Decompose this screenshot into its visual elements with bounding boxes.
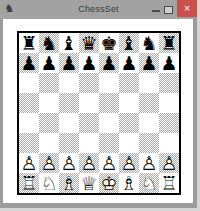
square-a5[interactable] bbox=[19, 93, 39, 113]
square-e7[interactable]: ♟ bbox=[99, 53, 119, 73]
piece-black-bishop: ♝ bbox=[59, 33, 79, 53]
square-a3[interactable] bbox=[19, 133, 39, 153]
piece-white-pawn: ♙ bbox=[79, 153, 99, 173]
square-c5[interactable] bbox=[59, 93, 79, 113]
piece-white-knight: ♘ bbox=[39, 173, 59, 193]
square-b8[interactable]: ♞ bbox=[39, 33, 59, 53]
square-e8[interactable]: ♚ bbox=[99, 33, 119, 53]
piece-white-rook: ♖ bbox=[159, 173, 179, 193]
square-b1[interactable]: ♞♘ bbox=[39, 173, 59, 193]
square-f2[interactable]: ♟♙ bbox=[119, 153, 139, 173]
maximize-button[interactable] bbox=[164, 6, 173, 14]
piece-white-bishop: ♗ bbox=[119, 173, 139, 193]
square-a1[interactable]: ♜♖ bbox=[19, 173, 39, 193]
piece-black-king: ♚ bbox=[99, 33, 119, 53]
piece-white-pawn: ♙ bbox=[159, 153, 179, 173]
square-d8[interactable]: ♛ bbox=[79, 33, 99, 53]
square-e2[interactable]: ♟♙ bbox=[99, 153, 119, 173]
piece-black-pawn: ♟ bbox=[59, 53, 79, 73]
square-f4[interactable] bbox=[119, 113, 139, 133]
square-h4[interactable] bbox=[159, 113, 179, 133]
piece-black-bishop: ♝ bbox=[119, 33, 139, 53]
square-a2[interactable]: ♟♙ bbox=[19, 153, 39, 173]
square-d6[interactable] bbox=[79, 73, 99, 93]
square-e6[interactable] bbox=[99, 73, 119, 93]
square-c8[interactable]: ♝ bbox=[59, 33, 79, 53]
close-button[interactable]: ✕ bbox=[177, 0, 197, 17]
square-g3[interactable] bbox=[139, 133, 159, 153]
piece-white-pawn: ♙ bbox=[19, 153, 39, 173]
square-a6[interactable] bbox=[19, 73, 39, 93]
square-a4[interactable] bbox=[19, 113, 39, 133]
piece-white-pawn: ♙ bbox=[139, 153, 159, 173]
piece-black-queen: ♛ bbox=[79, 33, 99, 53]
square-e4[interactable] bbox=[99, 113, 119, 133]
chess-board: ♜♞♝♛♚♝♞♜♟♟♟♟♟♟♟♟♟♙♟♙♟♙♟♙♟♙♟♙♟♙♟♙♜♖♞♘♝♗♛♕… bbox=[17, 31, 181, 195]
square-d7[interactable]: ♟ bbox=[79, 53, 99, 73]
square-c7[interactable]: ♟ bbox=[59, 53, 79, 73]
piece-black-knight: ♞ bbox=[39, 33, 59, 53]
square-g6[interactable] bbox=[139, 73, 159, 93]
square-d2[interactable]: ♟♙ bbox=[79, 153, 99, 173]
square-d4[interactable] bbox=[79, 113, 99, 133]
square-f8[interactable]: ♝ bbox=[119, 33, 139, 53]
square-f7[interactable]: ♟ bbox=[119, 53, 139, 73]
piece-white-queen: ♕ bbox=[79, 173, 99, 193]
square-e3[interactable] bbox=[99, 133, 119, 153]
titlebar[interactable]: ♞ ChessSet ✕ bbox=[0, 0, 197, 19]
square-h1[interactable]: ♜♖ bbox=[159, 173, 179, 193]
square-g1[interactable]: ♞♘ bbox=[139, 173, 159, 193]
square-c6[interactable] bbox=[59, 73, 79, 93]
square-e5[interactable] bbox=[99, 93, 119, 113]
square-h7[interactable]: ♟ bbox=[159, 53, 179, 73]
square-f3[interactable] bbox=[119, 133, 139, 153]
square-b6[interactable] bbox=[39, 73, 59, 93]
square-a8[interactable]: ♜ bbox=[19, 33, 39, 53]
piece-black-pawn: ♟ bbox=[99, 53, 119, 73]
square-g2[interactable]: ♟♙ bbox=[139, 153, 159, 173]
piece-black-rook: ♜ bbox=[19, 33, 39, 53]
square-b3[interactable] bbox=[39, 133, 59, 153]
minimize-button[interactable] bbox=[152, 10, 160, 12]
piece-black-pawn: ♟ bbox=[79, 53, 99, 73]
piece-white-bishop: ♗ bbox=[59, 173, 79, 193]
piece-white-pawn: ♙ bbox=[99, 153, 119, 173]
square-d3[interactable] bbox=[79, 133, 99, 153]
square-h2[interactable]: ♟♙ bbox=[159, 153, 179, 173]
square-g8[interactable]: ♞ bbox=[139, 33, 159, 53]
piece-black-pawn: ♟ bbox=[19, 53, 39, 73]
piece-white-pawn: ♙ bbox=[59, 153, 79, 173]
piece-white-rook: ♖ bbox=[19, 173, 39, 193]
piece-black-knight: ♞ bbox=[139, 33, 159, 53]
square-b5[interactable] bbox=[39, 93, 59, 113]
square-g7[interactable]: ♟ bbox=[139, 53, 159, 73]
square-g4[interactable] bbox=[139, 113, 159, 133]
square-c2[interactable]: ♟♙ bbox=[59, 153, 79, 173]
square-h3[interactable] bbox=[159, 133, 179, 153]
piece-white-king: ♔ bbox=[99, 173, 119, 193]
piece-white-pawn: ♙ bbox=[39, 153, 59, 173]
square-h8[interactable]: ♜ bbox=[159, 33, 179, 53]
square-c4[interactable] bbox=[59, 113, 79, 133]
square-h5[interactable] bbox=[159, 93, 179, 113]
square-b4[interactable] bbox=[39, 113, 59, 133]
piece-black-pawn: ♟ bbox=[39, 53, 59, 73]
square-c3[interactable] bbox=[59, 133, 79, 153]
client-area: ♜♞♝♛♚♝♞♜♟♟♟♟♟♟♟♟♟♙♟♙♟♙♟♙♟♙♟♙♟♙♟♙♜♖♞♘♝♗♛♕… bbox=[3, 19, 193, 203]
square-e1[interactable]: ♚♔ bbox=[99, 173, 119, 193]
square-d5[interactable] bbox=[79, 93, 99, 113]
square-f6[interactable] bbox=[119, 73, 139, 93]
square-a7[interactable]: ♟ bbox=[19, 53, 39, 73]
piece-black-pawn: ♟ bbox=[159, 53, 179, 73]
square-c1[interactable]: ♝♗ bbox=[59, 173, 79, 193]
chessset-window: ♞ ChessSet ✕ ♜♞♝♛♚♝♞♜♟♟♟♟♟♟♟♟♟♙♟♙♟♙♟♙♟♙♟… bbox=[0, 0, 197, 208]
piece-black-pawn: ♟ bbox=[139, 53, 159, 73]
square-f1[interactable]: ♝♗ bbox=[119, 173, 139, 193]
square-g5[interactable] bbox=[139, 93, 159, 113]
piece-white-knight: ♘ bbox=[139, 173, 159, 193]
square-b2[interactable]: ♟♙ bbox=[39, 153, 59, 173]
square-h6[interactable] bbox=[159, 73, 179, 93]
piece-black-pawn: ♟ bbox=[119, 53, 139, 73]
piece-black-rook: ♜ bbox=[159, 33, 179, 53]
square-d1[interactable]: ♛♕ bbox=[79, 173, 99, 193]
square-f5[interactable] bbox=[119, 93, 139, 113]
square-b7[interactable]: ♟ bbox=[39, 53, 59, 73]
piece-white-pawn: ♙ bbox=[119, 153, 139, 173]
